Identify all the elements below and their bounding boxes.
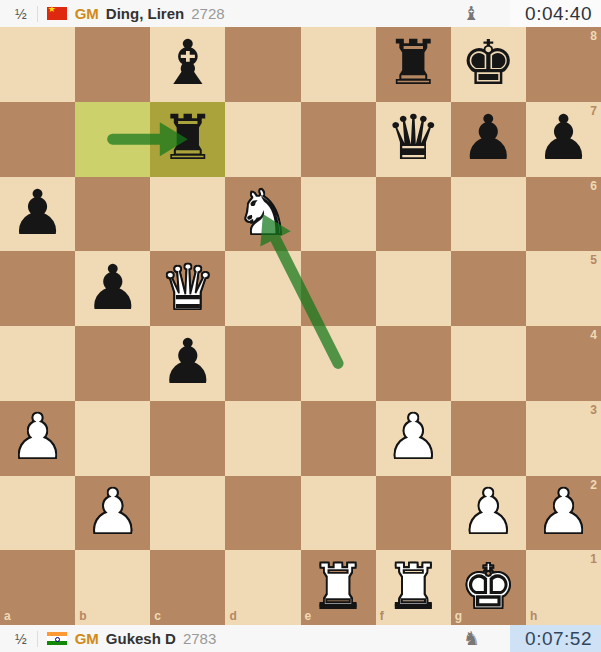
white-pawn: ♟ [385, 406, 441, 468]
square-c6[interactable] [150, 177, 225, 252]
file-coordinate-c: c [154, 610, 161, 622]
square-d4[interactable] [225, 326, 300, 401]
top-player-rating: 2728 [191, 5, 224, 22]
square-h8[interactable]: 8 [526, 27, 601, 102]
file-coordinate-d: d [229, 610, 236, 622]
black-bishop: ♝ [160, 32, 216, 94]
square-d3[interactable] [225, 401, 300, 476]
rank-coordinate-1: 1 [590, 553, 597, 565]
rank-coordinate-5: 5 [590, 254, 597, 266]
white-pawn: ♟ [461, 481, 517, 543]
square-f4[interactable] [376, 326, 451, 401]
square-h2[interactable]: ♟2 [526, 476, 601, 551]
rank-coordinate-2: 2 [590, 479, 597, 491]
square-f6[interactable] [376, 177, 451, 252]
square-e5[interactable] [301, 251, 376, 326]
top-player-clock: 0:04:40 [510, 0, 601, 27]
white-pawn: ♟ [85, 481, 141, 543]
square-g2[interactable]: ♟ [451, 476, 526, 551]
square-g7[interactable]: ♟ [451, 102, 526, 177]
square-d8[interactable] [225, 27, 300, 102]
square-d7[interactable] [225, 102, 300, 177]
top-player-title: GM [75, 5, 99, 22]
file-coordinate-b: b [79, 610, 86, 622]
square-g5[interactable] [451, 251, 526, 326]
square-f7[interactable]: ♛ [376, 102, 451, 177]
white-rook: ♜ [310, 556, 366, 618]
square-f1[interactable]: ♜f [376, 550, 451, 625]
square-b2[interactable]: ♟ [75, 476, 150, 551]
chess-broadcast-app: ½ GM Ding, Liren 2728 ♝ 0:04:40 ♝♜♚8♜♛♟♟… [0, 0, 601, 652]
square-g6[interactable] [451, 177, 526, 252]
india-flag-icon [47, 632, 67, 645]
square-c4[interactable]: ♟ [150, 326, 225, 401]
board-grid: ♝♜♚8♜♛♟♟7♟♞6♟♛5♟4♟♟3♟♟♟2abcd♜e♜f♚gh1 [0, 27, 601, 625]
black-pawn: ♟ [461, 107, 517, 169]
square-h3[interactable]: 3 [526, 401, 601, 476]
square-d1[interactable]: d [225, 550, 300, 625]
bottom-player-name: Gukesh D [106, 630, 176, 647]
square-h5[interactable]: 5 [526, 251, 601, 326]
square-c5[interactable]: ♛ [150, 251, 225, 326]
square-a7[interactable] [0, 102, 75, 177]
square-f5[interactable] [376, 251, 451, 326]
square-h4[interactable]: 4 [526, 326, 601, 401]
square-g1[interactable]: ♚g [451, 550, 526, 625]
chess-board: ♝♜♚8♜♛♟♟7♟♞6♟♛5♟4♟♟3♟♟♟2abcd♜e♜f♚gh1 [0, 27, 601, 625]
divider [37, 631, 38, 647]
square-b5[interactable]: ♟ [75, 251, 150, 326]
bishop-icon: ♝ [463, 0, 480, 27]
square-c2[interactable] [150, 476, 225, 551]
bottom-player-title: GM [75, 630, 99, 647]
black-rook: ♜ [160, 107, 216, 169]
white-king: ♚ [461, 556, 517, 618]
china-flag-icon [47, 7, 67, 20]
black-pawn: ♟ [160, 331, 216, 393]
black-queen: ♛ [385, 107, 441, 169]
black-king: ♚ [461, 32, 517, 94]
white-rook: ♜ [385, 556, 441, 618]
bottom-player-score: ½ [15, 631, 27, 647]
knight-icon: ♞ [463, 625, 480, 652]
black-pawn: ♟ [10, 182, 66, 244]
top-player-bar: ½ GM Ding, Liren 2728 ♝ 0:04:40 [0, 0, 601, 27]
square-c8[interactable]: ♝ [150, 27, 225, 102]
file-coordinate-h: h [530, 610, 537, 622]
square-g8[interactable]: ♚ [451, 27, 526, 102]
bottom-player-bar: ½ GM Gukesh D 2783 ♞ 0:07:52 [0, 625, 601, 652]
square-e7[interactable] [301, 102, 376, 177]
square-d5[interactable] [225, 251, 300, 326]
square-a2[interactable] [0, 476, 75, 551]
white-pawn: ♟ [10, 406, 66, 468]
rank-coordinate-6: 6 [590, 180, 597, 192]
file-coordinate-g: g [455, 610, 462, 622]
bottom-player-rating: 2783 [183, 630, 216, 647]
square-b8[interactable] [75, 27, 150, 102]
file-coordinate-a: a [4, 610, 11, 622]
square-a5[interactable] [0, 251, 75, 326]
black-rook: ♜ [385, 32, 441, 94]
black-pawn: ♟ [85, 257, 141, 319]
square-g4[interactable] [451, 326, 526, 401]
square-b7[interactable] [75, 102, 150, 177]
square-c1[interactable]: c [150, 550, 225, 625]
white-knight: ♞ [235, 182, 291, 244]
square-h6[interactable]: 6 [526, 177, 601, 252]
square-d6[interactable]: ♞ [225, 177, 300, 252]
square-e6[interactable] [301, 177, 376, 252]
square-f2[interactable] [376, 476, 451, 551]
square-h7[interactable]: ♟7 [526, 102, 601, 177]
top-player-name: Ding, Liren [106, 5, 184, 22]
square-f3[interactable]: ♟ [376, 401, 451, 476]
square-f8[interactable]: ♜ [376, 27, 451, 102]
square-b4[interactable] [75, 326, 150, 401]
square-b6[interactable] [75, 177, 150, 252]
rank-coordinate-4: 4 [590, 329, 597, 341]
file-coordinate-f: f [380, 610, 384, 622]
rank-coordinate-3: 3 [590, 404, 597, 416]
square-d2[interactable] [225, 476, 300, 551]
square-a1[interactable]: a [0, 550, 75, 625]
square-h1[interactable]: h1 [526, 550, 601, 625]
file-coordinate-e: e [305, 610, 312, 622]
square-e1[interactable]: ♜e [301, 550, 376, 625]
square-e4[interactable] [301, 326, 376, 401]
bottom-player-clock: 0:07:52 [510, 625, 601, 652]
square-c3[interactable] [150, 401, 225, 476]
square-b3[interactable] [75, 401, 150, 476]
square-e3[interactable] [301, 401, 376, 476]
square-e2[interactable] [301, 476, 376, 551]
square-a8[interactable] [0, 27, 75, 102]
divider [37, 6, 38, 22]
square-a6[interactable]: ♟ [0, 177, 75, 252]
rank-coordinate-7: 7 [590, 105, 597, 117]
square-c7[interactable]: ♜ [150, 102, 225, 177]
square-e8[interactable] [301, 27, 376, 102]
square-g3[interactable] [451, 401, 526, 476]
square-a4[interactable] [0, 326, 75, 401]
square-a3[interactable]: ♟ [0, 401, 75, 476]
white-pawn: ♟ [536, 481, 592, 543]
black-pawn: ♟ [536, 107, 592, 169]
top-player-score: ½ [15, 6, 27, 22]
white-queen: ♛ [160, 257, 216, 319]
rank-coordinate-8: 8 [590, 30, 597, 42]
square-b1[interactable]: b [75, 550, 150, 625]
